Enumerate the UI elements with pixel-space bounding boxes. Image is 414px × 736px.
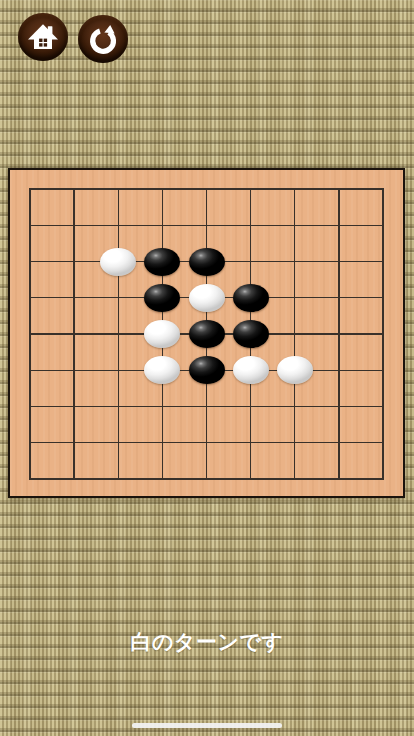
tatami-background: 白のターンです — [0, 0, 414, 736]
reset-icon — [87, 23, 119, 55]
black-stone — [233, 284, 269, 312]
white-stone — [233, 356, 269, 384]
black-stone — [189, 356, 225, 384]
white-stone — [144, 320, 180, 348]
white-stone — [277, 356, 313, 384]
home-icon — [27, 22, 59, 52]
grid-line-horizontal — [29, 442, 383, 443]
grid-line-vertical — [338, 188, 339, 479]
grid-line-vertical — [382, 188, 383, 479]
black-stone — [189, 320, 225, 348]
goban-board[interactable] — [8, 168, 405, 498]
home-indicator-bar[interactable] — [132, 723, 282, 728]
white-stone — [189, 284, 225, 312]
white-stone — [144, 356, 180, 384]
black-stone — [233, 320, 269, 348]
black-stone — [144, 284, 180, 312]
grid-line-horizontal — [29, 478, 383, 479]
black-stone — [144, 248, 180, 276]
white-stone — [100, 248, 136, 276]
reset-button[interactable] — [78, 15, 128, 63]
grid-line-vertical — [294, 188, 295, 479]
turn-status-text: 白のターンです — [0, 628, 414, 656]
home-button[interactable] — [18, 13, 68, 61]
grid-line-horizontal — [29, 406, 383, 407]
black-stone — [189, 248, 225, 276]
